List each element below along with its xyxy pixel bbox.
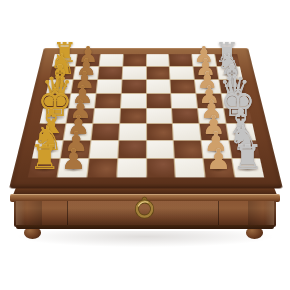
- square-r5c5: [173, 124, 200, 140]
- square-r4c4: [147, 108, 173, 123]
- square-r5c7: [227, 124, 256, 140]
- board-grid: [28, 54, 264, 177]
- square-r6c3: [118, 141, 146, 158]
- square-r0c5: [169, 54, 192, 66]
- square-r7c7: [233, 159, 265, 178]
- square-r7c1: [58, 159, 89, 178]
- case-bottom-edge: [16, 225, 274, 229]
- square-r6c7: [230, 141, 260, 158]
- square-r1c5: [170, 67, 194, 80]
- square-r2c1: [71, 80, 97, 93]
- square-r2c5: [171, 80, 196, 93]
- square-r6c0: [32, 141, 62, 158]
- square-r3c5: [172, 94, 198, 108]
- square-r2c2: [96, 80, 121, 93]
- square-r7c6: [204, 159, 235, 178]
- square-r4c3: [120, 108, 146, 123]
- square-r2c6: [195, 80, 221, 93]
- square-r5c6: [200, 124, 228, 140]
- square-r1c2: [98, 67, 122, 80]
- square-r1c4: [146, 67, 169, 80]
- square-r6c6: [202, 141, 231, 158]
- square-r6c5: [174, 141, 202, 158]
- square-r1c7: [217, 67, 242, 80]
- square-r4c2: [93, 108, 120, 123]
- square-r5c1: [64, 124, 92, 140]
- square-r2c7: [219, 80, 245, 93]
- square-r2c4: [146, 80, 170, 93]
- square-r2c3: [121, 80, 145, 93]
- square-r4c0: [40, 108, 68, 123]
- square-r1c3: [122, 67, 145, 80]
- square-r4c6: [198, 108, 225, 123]
- square-r3c6: [197, 94, 223, 108]
- square-r7c0: [28, 159, 60, 178]
- square-r0c1: [76, 54, 100, 66]
- chess-board: [9, 48, 283, 189]
- square-r2c0: [46, 80, 72, 93]
- square-r7c4: [147, 159, 176, 178]
- square-r3c7: [222, 94, 249, 108]
- board-frame: [9, 48, 283, 189]
- square-r4c1: [66, 108, 93, 123]
- square-r0c2: [99, 54, 122, 66]
- square-r6c2: [89, 141, 117, 158]
- square-r5c3: [119, 124, 146, 140]
- square-r3c1: [69, 94, 95, 108]
- square-r3c4: [146, 94, 171, 108]
- square-r1c6: [194, 67, 219, 80]
- square-r3c3: [121, 94, 146, 108]
- square-r7c2: [87, 159, 117, 178]
- square-r7c3: [117, 159, 146, 178]
- square-r4c5: [172, 108, 199, 123]
- square-r1c0: [49, 67, 74, 80]
- square-r0c3: [123, 54, 146, 66]
- square-r3c0: [43, 94, 70, 108]
- square-r4c7: [224, 108, 252, 123]
- ground-shadow: [18, 231, 272, 247]
- chess-set-photo: ♜♟♞♟♝♟♛♟♚♟♝♟♞♟♜♟♜♟♞♟♝♟♛♟♚♟♝♟♞♟♜♟: [0, 0, 290, 290]
- square-r7c5: [175, 159, 205, 178]
- square-r5c0: [36, 124, 65, 140]
- case-left-corner-post: [16, 201, 42, 227]
- case-right-corner-post: [248, 201, 274, 227]
- square-r0c6: [192, 54, 216, 66]
- square-r0c7: [215, 54, 240, 66]
- square-r3c2: [95, 94, 121, 108]
- square-r5c2: [91, 124, 118, 140]
- square-r5c4: [147, 124, 174, 140]
- square-r6c4: [147, 141, 175, 158]
- square-r1c1: [74, 67, 99, 80]
- square-r0c0: [52, 54, 77, 66]
- square-r6c1: [61, 141, 90, 158]
- square-r0c4: [146, 54, 169, 66]
- brass-ring-pull-icon: [131, 195, 159, 223]
